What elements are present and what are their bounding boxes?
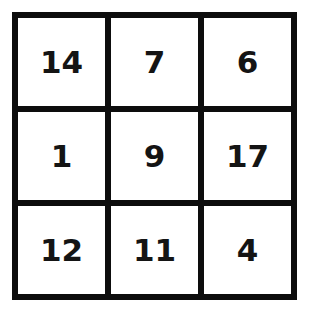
grid-cell-r1c2: 17: [204, 112, 291, 200]
cell-value: 17: [226, 141, 269, 172]
grid-cell-r1c0: 1: [18, 112, 105, 200]
grid-cell-r0c0: 14: [18, 18, 105, 106]
grid-cell-r0c2: 6: [204, 18, 291, 106]
grid-cell-r0c1: 7: [111, 18, 198, 106]
cell-value: 11: [133, 235, 176, 266]
cell-value: 4: [237, 235, 259, 266]
grid-cell-r2c0: 12: [18, 206, 105, 294]
grid-cell-r2c2: 4: [204, 206, 291, 294]
cell-value: 1: [51, 141, 73, 172]
grid-cell-r2c1: 11: [111, 206, 198, 294]
magic-square-board: 14 7 6 1 9 17 12 11 4: [12, 12, 297, 300]
cell-value: 9: [144, 141, 166, 172]
grid-cell-r1c1: 9: [111, 112, 198, 200]
cell-value: 14: [40, 47, 83, 78]
cell-value: 7: [144, 47, 166, 78]
cell-value: 12: [40, 235, 83, 266]
cell-value: 6: [237, 47, 259, 78]
